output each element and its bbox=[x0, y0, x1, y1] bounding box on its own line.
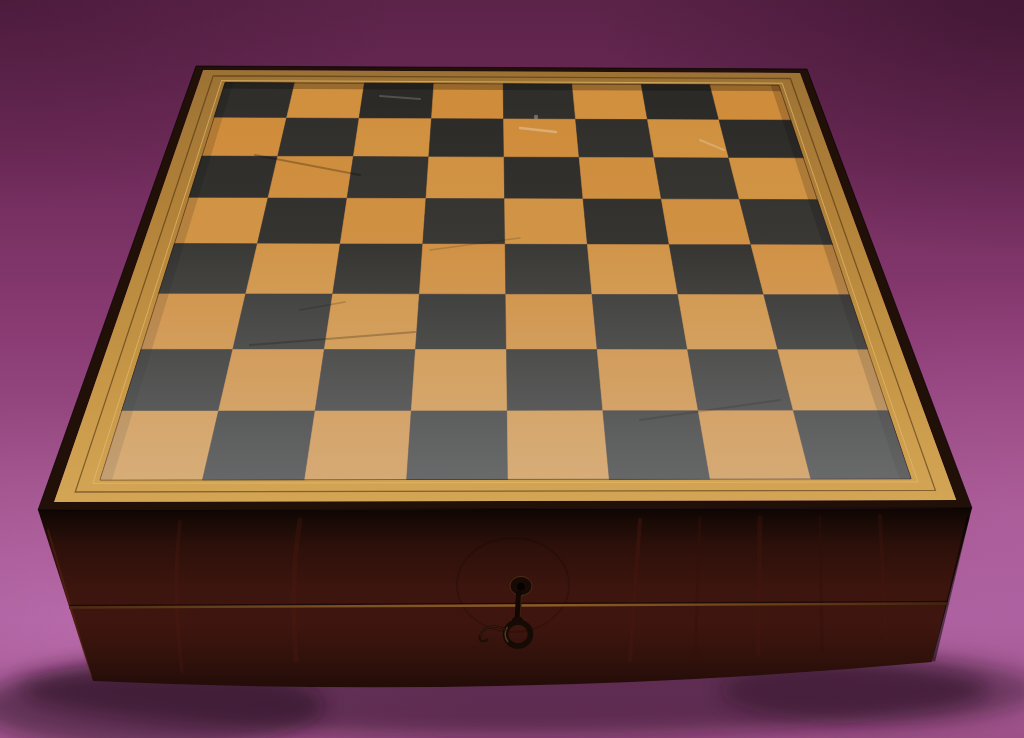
board-lid bbox=[38, 66, 972, 510]
games-box-scene bbox=[0, 0, 1024, 738]
varnish-sheen bbox=[100, 83, 911, 480]
photo-stage bbox=[0, 0, 1024, 738]
keyhole bbox=[517, 583, 525, 591]
